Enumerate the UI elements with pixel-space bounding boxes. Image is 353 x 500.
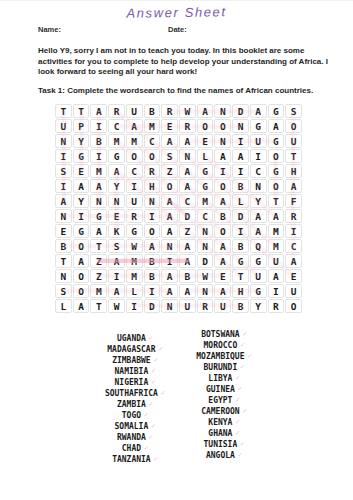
word-item-morocco: MOROCCO✓ [168,340,280,351]
word-label: ZAMBIA [117,400,146,409]
grid-cell-r7c11: L [232,194,249,208]
grid-cell-r3c10: N [214,134,231,148]
check-mark-icon: ✓ [154,455,158,463]
grid-cell-r6c6: H [144,179,161,193]
grid-cell-r10c3: T [90,239,107,253]
check-mark-icon: ✓ [149,334,153,342]
grid-cell-r13c6: I [144,284,161,298]
grid-cell-r12c10: E [214,269,231,283]
word-item-egypt: EGYPT✓ [168,395,280,406]
check-mark-icon: ✓ [247,352,251,360]
grid-cell-r10c10: A [214,239,231,253]
grid-cell-r11c12: G [250,254,267,268]
grid-cell-r8c9: C [197,209,214,223]
grid-cell-r5c2: E [73,164,90,178]
grid-cell-r14c10: U [214,299,231,313]
grid-cell-r3c11: I [232,134,249,148]
grid-cell-r9c7: A [161,224,178,238]
grid-cell-r6c11: B [232,179,249,193]
grid-cell-r5c12: C [250,164,267,178]
grid-cell-r11c9: D [197,254,214,268]
grid-cell-r5c9: G [197,164,214,178]
grid-cell-r7c10: A [214,194,231,208]
check-mark-icon: ✓ [243,330,247,338]
grid-cell-r5c11: I [232,164,249,178]
check-mark-icon: ✓ [161,389,165,397]
word-label: UGANDA [117,334,146,343]
grid-cell-r5c10: I [214,164,231,178]
grid-cell-r7c3: N [90,194,107,208]
check-mark-icon: ✓ [151,378,155,386]
grid-cell-r12c11: T [232,269,249,283]
word-item-botswana: BOTSWANA✓ [168,329,280,340]
grid-cell-r9c9: N [197,224,214,238]
grid-cell-r9c12: A [250,224,267,238]
grid-cell-r9c5: G [126,224,143,238]
grid-cell-r14c11: B [232,299,249,313]
word-label: CHAD [122,444,141,453]
grid-cell-r5c8: A [179,164,196,178]
grid-cell-r1c14: S [285,104,302,118]
grid-cell-r6c8: A [179,179,196,193]
grid-cell-r1c2: T [73,104,90,118]
page-title: Answer Sheet [0,3,353,23]
grid-cell-r9c4: K [108,224,125,238]
task-instruction: Task 1: Complete the wordsearch to find … [38,86,338,95]
word-label: EGYPT [208,396,232,405]
grid-cell-r9c14: I [285,224,302,238]
grid-cell-r2c7: E [161,119,178,133]
check-mark-icon: ✓ [238,451,242,459]
grid-cell-r11c14: A [285,254,302,268]
check-mark-icon: ✓ [151,367,155,375]
grid-cell-r7c6: N [144,194,161,208]
grid-cell-r12c1: N [55,269,72,283]
grid-cell-r4c12: I [250,149,267,163]
grid-cell-r1c1: T [55,104,72,118]
grid-cell-r14c12: Y [250,299,267,313]
check-mark-icon: ✓ [235,418,239,426]
grid-cell-r12c12: U [250,269,267,283]
grid-cell-r3c5: M [126,134,143,148]
grid-cell-r4c7: S [161,149,178,163]
grid-cell-r3c9: E [197,134,214,148]
grid-cell-r13c11: H [232,284,249,298]
grid-cell-r10c14: C [285,239,302,253]
grid-cell-r10c6: A [144,239,161,253]
grid-cell-r5c4: A [108,164,125,178]
grid-cell-r12c6: B [144,269,161,283]
grid-cell-r6c7: O [161,179,178,193]
grid-cell-r14c8: U [179,299,196,313]
word-label: TUNISIA [204,440,238,449]
grid-cell-r2c1: U [55,119,72,133]
grid-cell-r7c4: N [108,194,125,208]
grid-cell-r14c13: R [268,299,285,313]
grid-cell-r5c7: Z [161,164,178,178]
grid-cell-r7c8: C [179,194,196,208]
word-label: SOUTHAFRICA [105,389,158,398]
grid-cell-r2c6: M [144,119,161,133]
grid-cell-r7c12: Y [250,194,267,208]
grid-cell-r13c4: A [108,284,125,298]
grid-cell-r9c1: E [55,224,72,238]
grid-cell-r12c3: Z [90,269,107,283]
grid-cell-r8c10: B [214,209,231,223]
grid-cell-r8c8: D [179,209,196,223]
word-label: GUINEA [206,385,235,394]
word-label: RWANDA [117,433,146,442]
grid-cell-r8c7: A [161,209,178,223]
word-label: TOGO [122,411,141,420]
word-item-angola: ANGOLA✓ [168,450,280,461]
grid-cell-r8c6: I [144,209,161,223]
check-mark-icon: ✓ [149,400,153,408]
word-label: BOTSWANA [201,330,240,339]
word-label: SOMALIA [115,422,149,431]
grid-cell-r8c11: D [232,209,249,223]
grid-cell-r8c2: I [73,209,90,223]
grid-cell-r10c4: S [108,239,125,253]
grid-cell-r14c1: L [55,299,72,313]
word-item-ghana: GHANA✓ [168,428,280,439]
grid-cell-r5c1: S [55,164,72,178]
grid-cell-r13c9: N [197,284,214,298]
grid-cell-r14c4: W [108,299,125,313]
grid-cell-r12c13: A [268,269,285,283]
grid-cell-r2c8: R [179,119,196,133]
grid-cell-r8c4: E [108,209,125,223]
grid-cell-r6c2: A [73,179,90,193]
check-mark-icon: ✓ [240,440,244,448]
grid-cell-r10c5: W [126,239,143,253]
grid-cell-r10c11: B [232,239,249,253]
grid-cell-r8c13: A [268,209,285,223]
grid-cell-r12c14: E [285,269,302,283]
date-label: Date: [168,25,187,34]
word-item-burundi: BURUNDI✓ [168,362,280,373]
grid-cell-r2c13: A [268,119,285,133]
check-mark-icon: ✓ [144,411,148,419]
check-mark-icon: ✓ [158,345,162,353]
grid-cell-r7c1: A [55,194,72,208]
worksheet-page: { "game": "wordsearch", "position": "TTA… [0,0,353,500]
word-label: KENYA [208,418,232,427]
grid-cell-r10c13: M [268,239,285,253]
word-label: CAMEROON [201,407,240,416]
check-mark-icon: ✓ [235,429,239,437]
grid-cell-r6c5: I [126,179,143,193]
grid-cell-r13c14: U [285,284,302,298]
check-mark-icon: ✓ [240,341,244,349]
grid-cell-r6c10: O [214,179,231,193]
grid-cell-r3c4: M [108,134,125,148]
grid-cell-r5c6: R [144,164,161,178]
grid-cell-r2c14: O [285,119,302,133]
grid-cell-r6c13: O [268,179,285,193]
wordsearch-board: TTARUBRWANDAGSUPICAMEROONGAONYBMMCAAENIU… [55,104,302,313]
grid-cell-r7c14: F [285,194,302,208]
grid-cell-r4c6: O [144,149,161,163]
word-item-cameroon: CAMEROON✓ [168,406,280,417]
grid-cell-r2c5: A [126,119,143,133]
check-mark-icon: ✓ [235,374,239,382]
grid-cell-r3c13: G [268,134,285,148]
grid-cell-r13c8: A [179,284,196,298]
word-item-tunisia: TUNISIA✓ [168,439,280,450]
grid-cell-r5c5: C [126,164,143,178]
grid-cell-r2c2: P [73,119,90,133]
grid-cell-r2c3: I [90,119,107,133]
grid-cell-r10c2: O [73,239,90,253]
grid-cell-r9c8: Z [179,224,196,238]
word-label: GHANA [208,429,232,438]
grid-cell-r2c12: G [250,119,267,133]
word-label: ZIMBABWE [112,356,151,365]
grid-cell-r1c4: R [108,104,125,118]
wordsearch-grid-cells: TTARUBRWANDAGSUPICAMEROONGAONYBMMCAAENIU… [55,104,302,313]
grid-cell-r4c2: G [73,149,90,163]
grid-cell-r11c6: B [144,254,161,268]
grid-cell-r13c13: I [268,284,285,298]
grid-cell-r4c3: I [90,149,107,163]
grid-cell-r4c11: A [232,149,249,163]
grid-cell-r14c14: O [285,299,302,313]
word-label: BURUNDI [204,363,238,372]
grid-cell-r6c3: A [90,179,107,193]
grid-cell-r13c7: A [161,284,178,298]
grid-cell-r12c9: W [197,269,214,283]
grid-cell-r10c8: A [179,239,196,253]
grid-cell-r13c10: A [214,284,231,298]
grid-cell-r1c13: G [268,104,285,118]
grid-cell-r6c9: G [197,179,214,193]
grid-cell-r3c7: A [161,134,178,148]
grid-cell-r2c4: C [108,119,125,133]
grid-cell-r10c12: Q [250,239,267,253]
grid-cell-r14c5: I [126,299,143,313]
grid-cell-r10c9: N [197,239,214,253]
name-label: Name: [38,25,61,34]
check-mark-icon: ✓ [151,422,155,430]
grid-cell-r5c13: G [268,164,285,178]
check-mark-icon: ✓ [238,385,242,393]
grid-cell-r4c1: I [55,149,72,163]
grid-cell-r1c11: D [232,104,249,118]
grid-cell-r4c8: N [179,149,196,163]
check-mark-icon: ✓ [149,433,153,441]
grid-cell-r11c4: A [108,254,125,268]
grid-cell-r11c11: G [232,254,249,268]
grid-cell-r12c4: I [108,269,125,283]
word-item-kenya: KENYA✓ [168,417,280,428]
grid-cell-r13c3: M [90,284,107,298]
grid-cell-r11c7: I [161,254,178,268]
grid-cell-r12c2: O [73,269,90,283]
grid-cell-r6c14: A [285,179,302,193]
check-mark-icon: ✓ [144,444,148,452]
grid-cell-r8c12: A [250,209,267,223]
grid-cell-r2c10: O [214,119,231,133]
grid-cell-r3c14: U [285,134,302,148]
grid-cell-r11c5: M [126,254,143,268]
grid-cell-r6c1: I [55,179,72,193]
word-item-guinea: GUINEA✓ [168,384,280,395]
grid-cell-r9c6: O [144,224,161,238]
check-mark-icon: ✓ [240,363,244,371]
grid-cell-r7c5: U [126,194,143,208]
grid-cell-r12c8: B [179,269,196,283]
grid-cell-r8c3: G [90,209,107,223]
word-label: NAMIBIA [115,367,149,376]
grid-cell-r5c14: H [285,164,302,178]
grid-cell-r1c6: B [144,104,161,118]
grid-cell-r9c3: A [90,224,107,238]
grid-cell-r11c3: Z [90,254,107,268]
grid-cell-r6c4: Y [108,179,125,193]
grid-cell-r3c6: C [144,134,161,148]
grid-cell-r4c9: L [197,149,214,163]
grid-cell-r8c14: R [285,209,302,223]
word-label: MOZAMBIQUE [196,352,244,361]
grid-cell-r14c6: D [144,299,161,313]
grid-cell-r9c2: G [73,224,90,238]
word-label: MOROCCO [204,341,238,350]
grid-cell-r1c5: U [126,104,143,118]
grid-cell-r11c13: U [268,254,285,268]
grid-cell-r12c5: M [126,269,143,283]
check-mark-icon: ✓ [154,356,158,364]
grid-cell-r14c2: A [73,299,90,313]
grid-cell-r11c2: A [73,254,90,268]
grid-cell-r8c1: N [55,209,72,223]
grid-cell-r14c3: T [90,299,107,313]
grid-cell-r9c13: M [268,224,285,238]
grid-cell-r7c9: M [197,194,214,208]
grid-cell-r3c12: U [250,134,267,148]
word-item-libya: LIBYA✓ [168,373,280,384]
grid-cell-r4c14: T [285,149,302,163]
grid-cell-r13c12: G [250,284,267,298]
grid-cell-r14c9: R [197,299,214,313]
grid-cell-r1c3: A [90,104,107,118]
grid-cell-r7c7: A [161,194,178,208]
grid-cell-r5c3: M [90,164,107,178]
grid-cell-r13c1: S [55,284,72,298]
grid-cell-r10c1: B [55,239,72,253]
word-label: ANGOLA [206,451,235,460]
grid-cell-r7c2: Y [73,194,90,208]
grid-cell-r1c7: R [161,104,178,118]
grid-cell-r3c1: N [55,134,72,148]
grid-cell-r11c1: T [55,254,72,268]
word-label: LIBYA [208,374,232,383]
grid-cell-r7c13: T [268,194,285,208]
grid-cell-r3c3: B [90,134,107,148]
grid-cell-r1c10: N [214,104,231,118]
word-label: NIGERIA [115,378,149,387]
grid-cell-r2c9: O [197,119,214,133]
grid-cell-r8c5: R [126,209,143,223]
check-mark-icon: ✓ [235,396,239,404]
word-list-right: BOTSWANA✓MOROCCO✓MOZAMBIQUE✓BURUNDI✓LIBY… [168,329,280,461]
grid-cell-r9c11: I [232,224,249,238]
grid-cell-r13c2: O [73,284,90,298]
grid-cell-r11c10: A [214,254,231,268]
grid-cell-r1c8: W [179,104,196,118]
grid-cell-r1c9: A [197,104,214,118]
grid-cell-r11c8: A [179,254,196,268]
grid-cell-r14c7: N [161,299,178,313]
intro-text: Hello Y9, sorry I am not in to teach you… [38,46,332,78]
word-label: TANZANIA [112,455,151,464]
grid-cell-r3c8: A [179,134,196,148]
check-mark-icon: ✓ [243,407,247,415]
grid-cell-r4c4: G [108,149,125,163]
grid-cell-r4c10: A [214,149,231,163]
word-label: MADAGASCAR [107,345,155,354]
grid-cell-r6c12: N [250,179,267,193]
grid-cell-r1c12: A [250,104,267,118]
grid-cell-r4c5: O [126,149,143,163]
grid-cell-r4c13: O [268,149,285,163]
grid-cell-r3c2: Y [73,134,90,148]
grid-cell-r12c7: A [161,269,178,283]
grid-cell-r9c10: O [214,224,231,238]
grid-cell-r10c7: N [161,239,178,253]
grid-cell-r2c11: N [232,119,249,133]
grid-cell-r13c5: L [126,284,143,298]
word-item-mozambique: MOZAMBIQUE✓ [168,351,280,362]
